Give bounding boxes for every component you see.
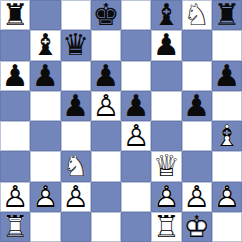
piece-glyph: ♟ (182, 91, 212, 121)
square-g1[interactable]: ♚♔ (182, 212, 212, 242)
piece-black-pawn[interactable]: ♟ (0, 61, 30, 91)
piece-white-knight[interactable]: ♞♘ (61, 151, 91, 181)
piece-outline-glyph: ♙ (0, 182, 30, 212)
piece-glyph: ♚ (91, 0, 121, 30)
square-b3[interactable] (30, 151, 60, 181)
piece-white-pawn[interactable]: ♟♙ (121, 121, 151, 151)
square-g7[interactable] (182, 30, 212, 60)
square-d5[interactable]: ♟♙ (91, 91, 121, 121)
square-g6[interactable] (182, 61, 212, 91)
square-a7[interactable] (0, 30, 30, 60)
square-f2[interactable]: ♟♙ (151, 182, 181, 212)
square-a1[interactable]: ♜♖ (0, 212, 30, 242)
piece-white-king[interactable]: ♚♔ (182, 212, 212, 242)
piece-outline-glyph: ♙ (61, 182, 91, 212)
square-h8[interactable]: ♜ (212, 0, 242, 30)
piece-outline-glyph: ♘ (61, 151, 91, 181)
square-d8[interactable]: ♚ (91, 0, 121, 30)
piece-outline-glyph: ♙ (91, 91, 121, 121)
square-c4[interactable] (61, 121, 91, 151)
square-d1[interactable] (91, 212, 121, 242)
piece-glyph: ♜ (0, 0, 30, 30)
square-g5[interactable]: ♟ (182, 91, 212, 121)
piece-white-knight[interactable]: ♞♘ (182, 0, 212, 30)
piece-outline-glyph: ♕ (151, 151, 181, 181)
square-h5[interactable] (212, 91, 242, 121)
piece-white-pawn[interactable]: ♟♙ (0, 182, 30, 212)
square-f5[interactable] (151, 91, 181, 121)
square-b4[interactable] (30, 121, 60, 151)
piece-black-pawn[interactable]: ♟ (91, 61, 121, 91)
piece-black-rook[interactable]: ♜ (0, 0, 30, 30)
square-e8[interactable] (121, 0, 151, 30)
square-f7[interactable]: ♟ (151, 30, 181, 60)
square-h6[interactable]: ♟ (212, 61, 242, 91)
square-g2[interactable]: ♟♙ (182, 182, 212, 212)
piece-black-pawn[interactable]: ♟ (182, 91, 212, 121)
piece-glyph: ♟ (121, 91, 151, 121)
piece-black-bishop[interactable]: ♝ (151, 0, 181, 30)
square-f6[interactable] (151, 61, 181, 91)
square-b5[interactable] (30, 91, 60, 121)
piece-white-pawn[interactable]: ♟♙ (61, 182, 91, 212)
square-e4[interactable]: ♟♙ (121, 121, 151, 151)
piece-black-pawn[interactable]: ♟ (212, 61, 242, 91)
square-e5[interactable]: ♟ (121, 91, 151, 121)
square-a3[interactable] (0, 151, 30, 181)
piece-white-queen[interactable]: ♛♕ (151, 151, 181, 181)
piece-outline-glyph: ♗ (212, 121, 242, 151)
piece-black-pawn[interactable]: ♟ (61, 91, 91, 121)
square-h4[interactable]: ♝♗ (212, 121, 242, 151)
square-e1[interactable] (121, 212, 151, 242)
piece-white-bishop[interactable]: ♝♗ (212, 121, 242, 151)
piece-white-rook[interactable]: ♜♖ (0, 212, 30, 242)
square-a8[interactable]: ♜ (0, 0, 30, 30)
square-c2[interactable]: ♟♙ (61, 182, 91, 212)
square-e7[interactable] (121, 30, 151, 60)
square-f1[interactable]: ♜♖ (151, 212, 181, 242)
piece-outline-glyph: ♙ (182, 182, 212, 212)
square-d7[interactable] (91, 30, 121, 60)
square-a2[interactable]: ♟♙ (0, 182, 30, 212)
square-f4[interactable] (151, 121, 181, 151)
piece-white-pawn[interactable]: ♟♙ (212, 182, 242, 212)
piece-glyph: ♟ (0, 61, 30, 91)
square-d6[interactable]: ♟ (91, 61, 121, 91)
piece-black-pawn[interactable]: ♟ (30, 61, 60, 91)
piece-white-rook[interactable]: ♜♖ (151, 212, 181, 242)
piece-black-bishop[interactable]: ♝ (30, 30, 60, 60)
piece-glyph: ♝ (30, 30, 60, 60)
square-b8[interactable] (30, 0, 60, 30)
piece-white-pawn[interactable]: ♟♙ (151, 182, 181, 212)
square-e6[interactable] (121, 61, 151, 91)
piece-black-queen[interactable]: ♛ (61, 30, 91, 60)
piece-glyph: ♟ (212, 61, 242, 91)
piece-outline-glyph: ♘ (182, 0, 212, 30)
square-e3[interactable] (121, 151, 151, 181)
square-a6[interactable]: ♟ (0, 61, 30, 91)
square-h2[interactable]: ♟♙ (212, 182, 242, 212)
square-c8[interactable] (61, 0, 91, 30)
square-g4[interactable] (182, 121, 212, 151)
square-h3[interactable] (212, 151, 242, 181)
piece-glyph: ♟ (61, 91, 91, 121)
square-b6[interactable]: ♟ (30, 61, 60, 91)
piece-outline-glyph: ♖ (0, 212, 30, 242)
square-b2[interactable]: ♟♙ (30, 182, 60, 212)
piece-glyph: ♜ (212, 0, 242, 30)
piece-outline-glyph: ♔ (182, 212, 212, 242)
piece-glyph: ♟ (151, 30, 181, 60)
piece-white-pawn[interactable]: ♟♙ (182, 182, 212, 212)
square-a5[interactable] (0, 91, 30, 121)
square-f3[interactable]: ♛♕ (151, 151, 181, 181)
piece-black-pawn[interactable]: ♟ (151, 30, 181, 60)
square-h1[interactable] (212, 212, 242, 242)
piece-black-king[interactable]: ♚ (91, 0, 121, 30)
square-c6[interactable] (61, 61, 91, 91)
piece-white-pawn[interactable]: ♟♙ (91, 91, 121, 121)
piece-black-pawn[interactable]: ♟ (121, 91, 151, 121)
square-d3[interactable] (91, 151, 121, 181)
square-e2[interactable] (121, 182, 151, 212)
square-d2[interactable] (91, 182, 121, 212)
piece-glyph: ♛ (61, 30, 91, 60)
piece-outline-glyph: ♙ (121, 121, 151, 151)
piece-outline-glyph: ♙ (212, 182, 242, 212)
square-f8[interactable]: ♝ (151, 0, 181, 30)
square-c1[interactable] (61, 212, 91, 242)
square-b7[interactable]: ♝ (30, 30, 60, 60)
square-d4[interactable] (91, 121, 121, 151)
piece-glyph: ♟ (30, 61, 60, 91)
square-h7[interactable] (212, 30, 242, 60)
square-g3[interactable] (182, 151, 212, 181)
square-b1[interactable] (30, 212, 60, 242)
piece-outline-glyph: ♖ (151, 212, 181, 242)
piece-glyph: ♝ (151, 0, 181, 30)
piece-white-pawn[interactable]: ♟♙ (30, 182, 60, 212)
square-c5[interactable]: ♟ (61, 91, 91, 121)
square-c7[interactable]: ♛ (61, 30, 91, 60)
square-a4[interactable] (0, 121, 30, 151)
piece-glyph: ♟ (91, 61, 121, 91)
piece-outline-glyph: ♙ (30, 182, 60, 212)
piece-outline-glyph: ♙ (151, 182, 181, 212)
piece-black-rook[interactable]: ♜ (212, 0, 242, 30)
chess-board: ♜♚♝♞♘♜♝♛♟♟♟♟♟♟♟♙♟♟♟♙♝♗♞♘♛♕♟♙♟♙♟♙♟♙♟♙♟♙♜♖… (0, 0, 242, 242)
square-g8[interactable]: ♞♘ (182, 0, 212, 30)
square-c3[interactable]: ♞♘ (61, 151, 91, 181)
